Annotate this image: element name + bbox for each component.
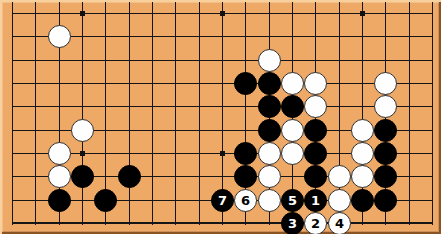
move-number-label: 2 bbox=[311, 217, 320, 230]
white-stone bbox=[258, 142, 281, 165]
black-stone bbox=[234, 165, 257, 188]
white-stone bbox=[351, 165, 374, 188]
black-stone bbox=[118, 165, 141, 188]
white-stone bbox=[48, 142, 71, 165]
move-number-label: 6 bbox=[241, 194, 250, 207]
move-2-white-stone: 2 bbox=[304, 212, 327, 234]
white-stone bbox=[328, 165, 351, 188]
star-point bbox=[220, 151, 225, 156]
black-stone bbox=[281, 95, 304, 118]
star-point bbox=[360, 11, 365, 16]
move-number-label: 4 bbox=[335, 217, 344, 230]
white-stone bbox=[374, 72, 397, 95]
black-stone bbox=[374, 119, 397, 142]
white-stone bbox=[281, 119, 304, 142]
star-point bbox=[80, 11, 85, 16]
board-bottom-edge-line bbox=[12, 222, 433, 224]
black-stone bbox=[351, 189, 374, 212]
black-stone bbox=[234, 72, 257, 95]
white-stone bbox=[281, 142, 304, 165]
black-stone bbox=[71, 165, 94, 188]
move-number-label: 1 bbox=[311, 194, 320, 207]
grid-line-horizontal bbox=[12, 83, 433, 84]
white-stone bbox=[258, 165, 281, 188]
black-stone bbox=[258, 95, 281, 118]
black-stone bbox=[374, 189, 397, 212]
white-stone bbox=[258, 49, 281, 72]
go-board: 7651324 bbox=[0, 0, 441, 234]
black-stone bbox=[234, 142, 257, 165]
go-diagram: 7651324 bbox=[0, 0, 441, 234]
white-stone bbox=[304, 95, 327, 118]
white-stone bbox=[48, 25, 71, 48]
move-3-black-stone: 3 bbox=[281, 212, 304, 234]
move-5-black-stone: 5 bbox=[281, 189, 304, 212]
grid-line-horizontal bbox=[12, 60, 433, 61]
black-stone bbox=[258, 119, 281, 142]
white-stone bbox=[351, 119, 374, 142]
move-number-label: 3 bbox=[288, 217, 297, 230]
black-stone bbox=[304, 142, 327, 165]
move-number-label: 7 bbox=[218, 194, 227, 207]
black-stone bbox=[304, 119, 327, 142]
white-stone bbox=[258, 189, 281, 212]
move-1-black-stone: 1 bbox=[304, 189, 327, 212]
black-stone bbox=[258, 72, 281, 95]
white-stone bbox=[71, 119, 94, 142]
black-stone bbox=[304, 165, 327, 188]
move-7-black-stone: 7 bbox=[211, 189, 234, 212]
grid-line-horizontal bbox=[12, 106, 433, 107]
white-stone bbox=[328, 189, 351, 212]
white-stone bbox=[281, 72, 304, 95]
move-4-white-stone: 4 bbox=[328, 212, 351, 234]
grid-line-horizontal bbox=[12, 36, 433, 37]
white-stone bbox=[351, 142, 374, 165]
black-stone bbox=[48, 189, 71, 212]
move-6-white-stone: 6 bbox=[234, 189, 257, 212]
black-stone bbox=[94, 189, 117, 212]
star-point bbox=[80, 151, 85, 156]
black-stone bbox=[374, 165, 397, 188]
white-stone bbox=[48, 165, 71, 188]
black-stone bbox=[374, 142, 397, 165]
white-stone bbox=[374, 95, 397, 118]
move-number-label: 5 bbox=[288, 194, 297, 207]
star-point bbox=[220, 11, 225, 16]
white-stone bbox=[304, 72, 327, 95]
